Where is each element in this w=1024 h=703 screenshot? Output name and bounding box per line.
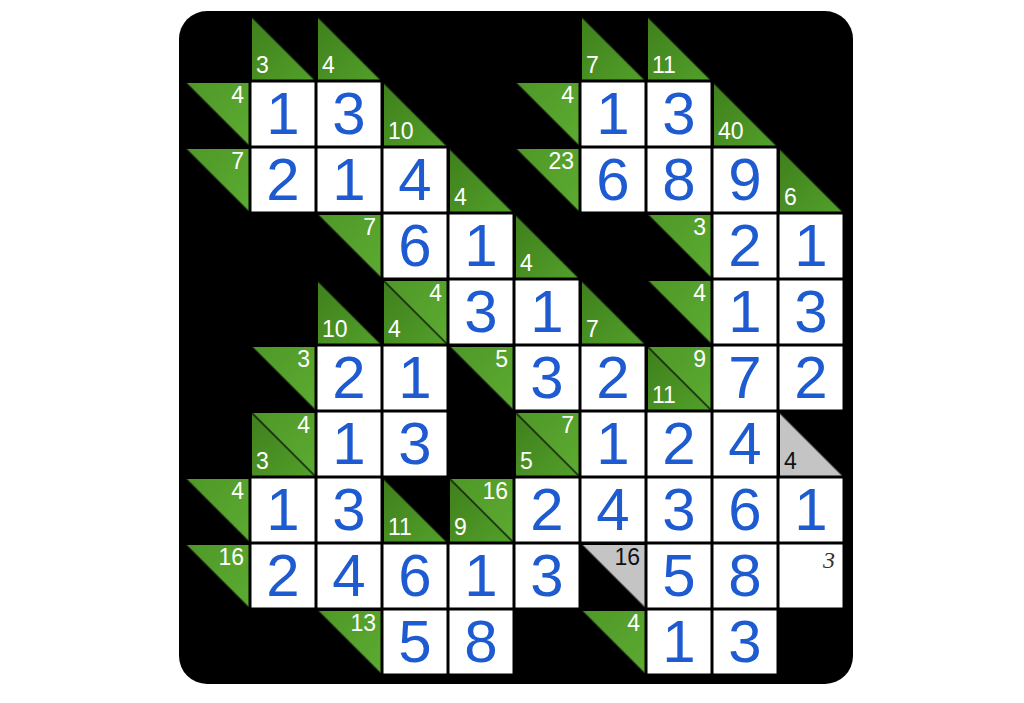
answer-cell-r8c9[interactable]: 3 — [778, 543, 844, 609]
answer-cell-r1c1[interactable]: 1 — [250, 81, 316, 147]
clue-cell-r0c6: 7 — [580, 15, 646, 81]
cell-value: 4 — [398, 150, 431, 210]
cell-value: 1 — [332, 414, 365, 474]
right-clue-number: 4 — [429, 282, 442, 305]
kakuro-board: 3471141310413407214423689676143211044317… — [179, 11, 853, 684]
answer-cell-r9c7[interactable]: 1 — [646, 609, 712, 675]
right-clue-number: 16 — [614, 546, 640, 569]
clue-cell-r6c5: 57 — [514, 411, 580, 477]
block-cell-r3c1 — [250, 213, 316, 279]
cell-value: 3 — [332, 84, 365, 144]
block-cell-r4c1 — [250, 279, 316, 345]
block-cell-r6c4 — [448, 411, 514, 477]
answer-cell-r7c9[interactable]: 1 — [778, 477, 844, 543]
cell-value: 1 — [398, 348, 431, 408]
answer-cell-r6c2[interactable]: 1 — [316, 411, 382, 477]
cell-value: 8 — [728, 546, 761, 606]
cell-value: 1 — [332, 150, 365, 210]
cell-value: 2 — [662, 414, 695, 474]
clue-cell-r9c2: 13 — [316, 609, 382, 675]
clue-cell-r6c1: 34 — [250, 411, 316, 477]
clue-cell-r4c2: 10 — [316, 279, 382, 345]
cell-value: 2 — [266, 546, 299, 606]
answer-cell-r5c6[interactable]: 2 — [580, 345, 646, 411]
clue-cell-r2c9: 6 — [778, 147, 844, 213]
answer-cell-r3c4[interactable]: 1 — [448, 213, 514, 279]
answer-cell-r8c8[interactable]: 8 — [712, 543, 778, 609]
answer-cell-r4c8[interactable]: 1 — [712, 279, 778, 345]
answer-cell-r2c2[interactable]: 1 — [316, 147, 382, 213]
block-cell-r0c5 — [514, 15, 580, 81]
cell-value: 8 — [464, 612, 497, 672]
cell-value: 3 — [794, 282, 827, 342]
down-clue-number: 10 — [388, 120, 414, 143]
answer-cell-r9c4[interactable]: 8 — [448, 609, 514, 675]
answer-cell-r8c3[interactable]: 6 — [382, 543, 448, 609]
cell-value: 1 — [530, 282, 563, 342]
right-clue-number: 3 — [693, 216, 706, 239]
clue-cell-r1c0: 4 — [184, 81, 250, 147]
cell-value: 2 — [596, 348, 629, 408]
answer-cell-r7c2[interactable]: 3 — [316, 477, 382, 543]
block-cell-r5c0 — [184, 345, 250, 411]
block-cell-r0c0 — [184, 15, 250, 81]
down-clue-number: 11 — [652, 384, 676, 407]
right-clue-number: 4 — [693, 282, 706, 305]
down-clue-number: 4 — [322, 54, 335, 77]
cell-value: 3 — [530, 546, 563, 606]
cell-value: 4 — [596, 480, 629, 540]
answer-cell-r7c6[interactable]: 4 — [580, 477, 646, 543]
cell-value: 1 — [266, 480, 299, 540]
cell-value: 1 — [794, 216, 827, 276]
block-cell-r9c1 — [250, 609, 316, 675]
cell-value: 3 — [662, 84, 695, 144]
answer-cell-r3c8[interactable]: 2 — [712, 213, 778, 279]
cell-value: 6 — [728, 480, 761, 540]
block-cell-r0c8 — [712, 15, 778, 81]
right-clue-number: 7 — [231, 150, 244, 173]
cell-value: 9 — [728, 150, 761, 210]
down-clue-number: 3 — [256, 54, 269, 77]
right-clue-number: 4 — [627, 612, 640, 635]
down-clue-number: 9 — [454, 516, 467, 539]
answer-cell-r5c3[interactable]: 1 — [382, 345, 448, 411]
right-clue-number: 4 — [231, 84, 244, 107]
down-clue-number: 5 — [520, 450, 533, 473]
down-clue-number: 3 — [256, 450, 269, 473]
answer-cell-r9c8[interactable]: 3 — [712, 609, 778, 675]
right-clue-number: 9 — [693, 348, 706, 371]
down-clue-number: 10 — [322, 318, 348, 341]
answer-cell-r9c3[interactable]: 5 — [382, 609, 448, 675]
block-cell-r0c3 — [382, 15, 448, 81]
block-cell-r0c9 — [778, 15, 844, 81]
block-cell-r9c0 — [184, 609, 250, 675]
cell-value: 1 — [728, 282, 761, 342]
block-cell-r9c5 — [514, 609, 580, 675]
right-clue-number: 13 — [350, 612, 376, 635]
down-clue-number: 4 — [388, 318, 401, 341]
clue-cell-r5c4: 5 — [448, 345, 514, 411]
cell-value: 1 — [464, 546, 497, 606]
clue-cell-r5c7: 119 — [646, 345, 712, 411]
answer-cell-r5c9[interactable]: 2 — [778, 345, 844, 411]
page: 3471141310413407214423689676143211044317… — [0, 0, 1024, 703]
right-clue-number: 7 — [363, 216, 376, 239]
answer-cell-r8c1[interactable]: 2 — [250, 543, 316, 609]
answer-cell-r6c7[interactable]: 2 — [646, 411, 712, 477]
down-clue-number: 11 — [388, 516, 412, 539]
answer-cell-r7c1[interactable]: 1 — [250, 477, 316, 543]
block-cell-r3c6 — [580, 213, 646, 279]
cell-value: 3 — [530, 348, 563, 408]
answer-cell-r4c4[interactable]: 3 — [448, 279, 514, 345]
right-clue-number: 3 — [297, 348, 310, 371]
clue-cell-r3c2: 7 — [316, 213, 382, 279]
right-clue-number: 16 — [218, 546, 244, 569]
kakuro-grid: 3471141310413407214423689676143211044317… — [184, 15, 844, 675]
clue-cell-r8c6: 16 — [580, 543, 646, 609]
clue-cell-r5c1: 3 — [250, 345, 316, 411]
answer-cell-r2c3[interactable]: 4 — [382, 147, 448, 213]
cell-value: 6 — [398, 546, 431, 606]
answer-cell-r8c5[interactable]: 3 — [514, 543, 580, 609]
cell-value: 3 — [398, 414, 431, 474]
answer-cell-r8c7[interactable]: 5 — [646, 543, 712, 609]
cell-value: 1 — [596, 84, 629, 144]
answer-cell-r2c8[interactable]: 9 — [712, 147, 778, 213]
clue-cell-r7c0: 4 — [184, 477, 250, 543]
answer-cell-r2c7[interactable]: 8 — [646, 147, 712, 213]
down-clue-number: 6 — [784, 186, 797, 209]
right-clue-number: 7 — [561, 414, 574, 437]
answer-cell-r7c7[interactable]: 3 — [646, 477, 712, 543]
cell-value: 1 — [794, 480, 827, 540]
answer-cell-r7c5[interactable]: 2 — [514, 477, 580, 543]
answer-cell-r8c2[interactable]: 4 — [316, 543, 382, 609]
clue-cell-r2c4: 4 — [448, 147, 514, 213]
cell-value: 1 — [266, 84, 299, 144]
right-clue-number: 4 — [561, 84, 574, 107]
cell-value: 1 — [464, 216, 497, 276]
clue-cell-r2c0: 7 — [184, 147, 250, 213]
cell-value: 5 — [662, 546, 695, 606]
answer-cell-r6c8[interactable]: 4 — [712, 411, 778, 477]
down-clue-number: 4 — [520, 252, 533, 275]
clue-cell-r3c5: 4 — [514, 213, 580, 279]
cell-value: 8 — [662, 150, 695, 210]
answer-cell-r8c4[interactable]: 1 — [448, 543, 514, 609]
cell-value: 3 — [464, 282, 497, 342]
clue-cell-r7c3: 11 — [382, 477, 448, 543]
answer-cell-r1c6[interactable]: 1 — [580, 81, 646, 147]
cell-value: 3 — [662, 480, 695, 540]
block-cell-r9c9 — [778, 609, 844, 675]
clue-cell-r8c0: 16 — [184, 543, 250, 609]
right-clue-number: 23 — [548, 150, 574, 173]
clue-cell-r7c4: 916 — [448, 477, 514, 543]
cell-value: 3 — [728, 612, 761, 672]
clue-cell-r0c2: 4 — [316, 15, 382, 81]
down-clue-number: 4 — [454, 186, 467, 209]
down-clue-number: 7 — [586, 54, 599, 77]
answer-cell-r2c1[interactable]: 2 — [250, 147, 316, 213]
cell-value: 6 — [596, 150, 629, 210]
down-clue-number: 7 — [586, 318, 599, 341]
cell-value: 6 — [398, 216, 431, 276]
pencil-note: 3 — [823, 548, 835, 572]
answer-cell-r3c9[interactable]: 1 — [778, 213, 844, 279]
clue-cell-r9c6: 4 — [580, 609, 646, 675]
cell-value: 3 — [332, 480, 365, 540]
block-cell-r1c9 — [778, 81, 844, 147]
clue-cell-r2c5: 23 — [514, 147, 580, 213]
cell-value: 2 — [266, 150, 299, 210]
right-clue-number: 5 — [495, 348, 508, 371]
answer-cell-r4c5[interactable]: 1 — [514, 279, 580, 345]
block-cell-r4c0 — [184, 279, 250, 345]
clue-cell-r0c1: 3 — [250, 15, 316, 81]
cell-value: 2 — [332, 348, 365, 408]
answer-cell-r4c9[interactable]: 3 — [778, 279, 844, 345]
right-clue-number: 16 — [482, 480, 508, 503]
cell-value: 2 — [530, 480, 563, 540]
cell-value: 2 — [794, 348, 827, 408]
right-clue-number: 4 — [297, 414, 310, 437]
answer-cell-r1c7[interactable]: 3 — [646, 81, 712, 147]
cell-value: 4 — [728, 414, 761, 474]
clue-cell-r1c8: 40 — [712, 81, 778, 147]
answer-cell-r7c8[interactable]: 6 — [712, 477, 778, 543]
clue-cell-r0c7: 11 — [646, 15, 712, 81]
cell-value: 1 — [596, 414, 629, 474]
block-cell-r1c4 — [448, 81, 514, 147]
down-clue-number: 11 — [652, 54, 676, 77]
block-cell-r6c0 — [184, 411, 250, 477]
right-clue-number: 4 — [231, 480, 244, 503]
cell-value: 1 — [662, 612, 695, 672]
clue-cell-r1c3: 10 — [382, 81, 448, 147]
clue-cell-r1c5: 4 — [514, 81, 580, 147]
clue-cell-r4c7: 4 — [646, 279, 712, 345]
cell-value: 7 — [728, 348, 761, 408]
down-clue-number: 40 — [718, 120, 744, 143]
answer-cell-r1c2[interactable]: 3 — [316, 81, 382, 147]
block-cell-r3c0 — [184, 213, 250, 279]
answer-cell-r6c6[interactable]: 1 — [580, 411, 646, 477]
clue-cell-r3c7: 3 — [646, 213, 712, 279]
answer-cell-r3c3[interactable]: 6 — [382, 213, 448, 279]
answer-cell-r2c6[interactable]: 6 — [580, 147, 646, 213]
clue-cell-r6c9: 4 — [778, 411, 844, 477]
answer-cell-r5c2[interactable]: 2 — [316, 345, 382, 411]
clue-cell-r4c6: 7 — [580, 279, 646, 345]
down-clue-number: 4 — [784, 450, 797, 473]
answer-cell-r6c3[interactable]: 3 — [382, 411, 448, 477]
answer-cell-r5c8[interactable]: 7 — [712, 345, 778, 411]
cell-value: 5 — [398, 612, 431, 672]
cell-value: 2 — [728, 216, 761, 276]
cell-value: 4 — [332, 546, 365, 606]
clue-cell-r4c3: 44 — [382, 279, 448, 345]
answer-cell-r5c5[interactable]: 3 — [514, 345, 580, 411]
block-cell-r0c4 — [448, 15, 514, 81]
